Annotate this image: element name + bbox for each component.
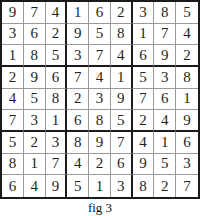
sudoku-cell-r5c5: 3 bbox=[89, 89, 111, 111]
sudoku-cell-r9c5: 1 bbox=[89, 175, 111, 197]
sudoku-figure: 9741623853629581741853746922967415384582… bbox=[0, 0, 200, 216]
figure-caption: fig 3 bbox=[0, 199, 200, 216]
sudoku-cell-r5c9: 1 bbox=[176, 89, 198, 111]
sudoku-cell-r7c1: 5 bbox=[2, 132, 24, 154]
sudoku-cell-r9c4: 5 bbox=[67, 175, 89, 197]
sudoku-cell-r1c3: 4 bbox=[46, 2, 68, 24]
sudoku-cell-r8c1: 8 bbox=[2, 154, 24, 176]
sudoku-cell-r2c3: 2 bbox=[46, 24, 68, 46]
sudoku-cell-r7c4: 8 bbox=[67, 132, 89, 154]
sudoku-cell-r3c2: 8 bbox=[24, 45, 46, 67]
sudoku-cell-r4c4: 7 bbox=[67, 67, 89, 89]
sudoku-cell-r6c7: 2 bbox=[133, 110, 155, 132]
sudoku-cell-r4c8: 3 bbox=[154, 67, 176, 89]
sudoku-cell-r2c8: 7 bbox=[154, 24, 176, 46]
sudoku-cell-r9c9: 7 bbox=[176, 175, 198, 197]
sudoku-cell-r6c5: 8 bbox=[89, 110, 111, 132]
sudoku-cell-r3c3: 5 bbox=[46, 45, 68, 67]
sudoku-cell-r1c4: 1 bbox=[67, 2, 89, 24]
sudoku-cell-r8c2: 1 bbox=[24, 154, 46, 176]
sudoku-cell-r3c9: 2 bbox=[176, 45, 198, 67]
sudoku-cell-r4c3: 6 bbox=[46, 67, 68, 89]
sudoku-cell-r7c5: 9 bbox=[89, 132, 111, 154]
sudoku-cell-r6c3: 1 bbox=[46, 110, 68, 132]
sudoku-cell-r8c8: 5 bbox=[154, 154, 176, 176]
sudoku-cell-r8c3: 7 bbox=[46, 154, 68, 176]
sudoku-cell-r9c6: 3 bbox=[111, 175, 133, 197]
sudoku-cell-r5c3: 8 bbox=[46, 89, 68, 111]
sudoku-cell-r7c2: 2 bbox=[24, 132, 46, 154]
sudoku-cell-r8c5: 2 bbox=[89, 154, 111, 176]
sudoku-cell-r1c2: 7 bbox=[24, 2, 46, 24]
sudoku-cell-r9c3: 9 bbox=[46, 175, 68, 197]
sudoku-cell-r6c1: 7 bbox=[2, 110, 24, 132]
sudoku-board: 9741623853629581741853746922967415384582… bbox=[0, 0, 200, 199]
sudoku-cell-r6c9: 9 bbox=[176, 110, 198, 132]
sudoku-cell-r3c6: 4 bbox=[111, 45, 133, 67]
sudoku-cell-r3c8: 9 bbox=[154, 45, 176, 67]
sudoku-cell-r4c2: 9 bbox=[24, 67, 46, 89]
sudoku-cell-r4c6: 1 bbox=[111, 67, 133, 89]
sudoku-cell-r4c5: 4 bbox=[89, 67, 111, 89]
sudoku-cell-r7c9: 6 bbox=[176, 132, 198, 154]
sudoku-cell-r3c1: 1 bbox=[2, 45, 24, 67]
sudoku-cell-r2c1: 3 bbox=[2, 24, 24, 46]
sudoku-cell-r1c6: 2 bbox=[111, 2, 133, 24]
sudoku-cell-r6c4: 6 bbox=[67, 110, 89, 132]
sudoku-cell-r1c7: 3 bbox=[133, 2, 155, 24]
sudoku-cell-r5c7: 7 bbox=[133, 89, 155, 111]
sudoku-cell-r2c2: 6 bbox=[24, 24, 46, 46]
sudoku-cell-r2c6: 8 bbox=[111, 24, 133, 46]
sudoku-cell-r8c7: 9 bbox=[133, 154, 155, 176]
sudoku-cell-r2c9: 4 bbox=[176, 24, 198, 46]
sudoku-cell-r1c8: 8 bbox=[154, 2, 176, 24]
sudoku-cell-r5c8: 6 bbox=[154, 89, 176, 111]
sudoku-cell-r3c5: 7 bbox=[89, 45, 111, 67]
sudoku-cell-r8c4: 4 bbox=[67, 154, 89, 176]
sudoku-cell-r8c6: 6 bbox=[111, 154, 133, 176]
sudoku-cell-r4c7: 5 bbox=[133, 67, 155, 89]
sudoku-cell-r2c4: 9 bbox=[67, 24, 89, 46]
sudoku-cell-r5c1: 4 bbox=[2, 89, 24, 111]
sudoku-cell-r6c8: 4 bbox=[154, 110, 176, 132]
sudoku-cell-r5c6: 9 bbox=[111, 89, 133, 111]
sudoku-cell-r9c8: 2 bbox=[154, 175, 176, 197]
sudoku-cell-r2c7: 1 bbox=[133, 24, 155, 46]
sudoku-cell-r5c2: 5 bbox=[24, 89, 46, 111]
sudoku-cell-r1c1: 9 bbox=[2, 2, 24, 24]
sudoku-cell-r7c6: 7 bbox=[111, 132, 133, 154]
sudoku-cell-r4c1: 2 bbox=[2, 67, 24, 89]
sudoku-cell-r9c7: 8 bbox=[133, 175, 155, 197]
sudoku-cell-r6c2: 3 bbox=[24, 110, 46, 132]
sudoku-cell-r2c5: 5 bbox=[89, 24, 111, 46]
sudoku-cell-r6c6: 5 bbox=[111, 110, 133, 132]
sudoku-cell-r7c8: 1 bbox=[154, 132, 176, 154]
sudoku-cell-r3c4: 3 bbox=[67, 45, 89, 67]
sudoku-cell-r8c9: 3 bbox=[176, 154, 198, 176]
sudoku-cell-r1c9: 5 bbox=[176, 2, 198, 24]
sudoku-cell-r4c9: 8 bbox=[176, 67, 198, 89]
sudoku-cell-r9c2: 4 bbox=[24, 175, 46, 197]
sudoku-cell-r7c3: 3 bbox=[46, 132, 68, 154]
sudoku-cell-r5c4: 2 bbox=[67, 89, 89, 111]
sudoku-cell-r9c1: 6 bbox=[2, 175, 24, 197]
sudoku-cell-r7c7: 4 bbox=[133, 132, 155, 154]
sudoku-cell-r1c5: 6 bbox=[89, 2, 111, 24]
sudoku-cell-r3c7: 6 bbox=[133, 45, 155, 67]
